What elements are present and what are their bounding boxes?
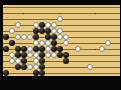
black-stone xyxy=(9,40,15,46)
white-stone xyxy=(21,34,27,40)
white-stone xyxy=(87,64,93,70)
white-stone xyxy=(27,64,33,70)
black-stone xyxy=(15,64,21,70)
white-stone xyxy=(63,40,69,46)
left-letterbox-bar xyxy=(0,5,3,76)
white-stone xyxy=(27,34,33,40)
black-stone xyxy=(39,28,45,34)
white-stone xyxy=(27,52,33,58)
white-stone xyxy=(45,52,51,58)
black-stone xyxy=(3,46,9,52)
bottom-letterbox-bar xyxy=(0,76,120,90)
black-stone xyxy=(21,64,27,70)
white-stone xyxy=(57,34,63,40)
white-stone xyxy=(99,46,105,52)
white-stone xyxy=(9,58,15,64)
go-app-screenshot xyxy=(0,0,120,90)
top-letterbox-bar xyxy=(0,0,120,5)
white-stone xyxy=(9,28,15,34)
white-stone xyxy=(105,40,111,46)
white-stone xyxy=(15,22,21,28)
white-stone xyxy=(51,52,57,58)
go-board[interactable] xyxy=(3,5,121,76)
black-stone xyxy=(63,58,69,64)
white-stone xyxy=(57,16,63,22)
black-stone xyxy=(57,52,63,58)
black-stone xyxy=(3,34,9,40)
white-stone xyxy=(15,34,21,40)
white-stone xyxy=(75,46,81,52)
